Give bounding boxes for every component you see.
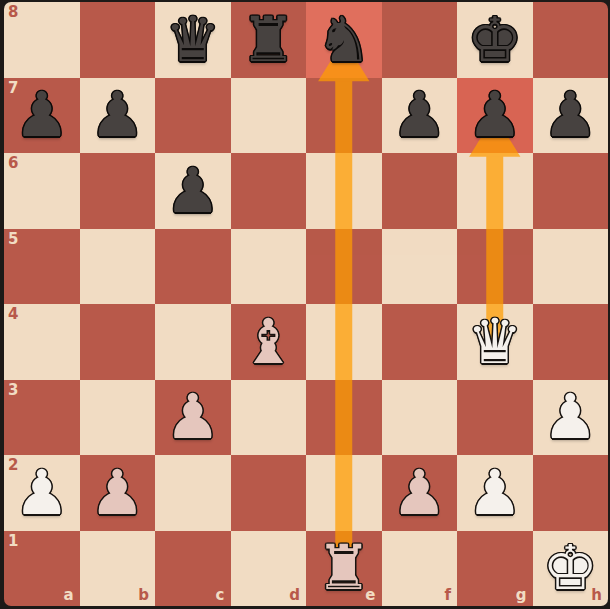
piece-white-pawn[interactable]: ♟ [542,386,598,448]
square-b8[interactable] [80,2,156,78]
square-d2[interactable] [231,455,307,531]
square-b5[interactable] [80,229,156,305]
piece-white-rook[interactable]: ♜ [316,537,372,599]
square-g2[interactable]: ♟ [457,455,533,531]
square-c2[interactable] [155,455,231,531]
piece-black-pawn[interactable]: ♟ [467,84,523,146]
piece-black-pawn[interactable]: ♟ [165,160,221,222]
square-c1[interactable]: c [155,531,231,607]
piece-white-king[interactable]: ♚ [542,537,598,599]
piece-white-pawn[interactable]: ♟ [165,386,221,448]
square-d5[interactable] [231,229,307,305]
square-f2[interactable]: ♟ [382,455,458,531]
square-e3[interactable] [306,380,382,456]
piece-black-pawn[interactable]: ♟ [391,84,447,146]
file-label-f: f [444,588,451,603]
square-d4[interactable]: ♝ [231,304,307,380]
file-label-b: b [138,588,149,603]
piece-black-knight[interactable]: ♞ [316,9,372,71]
square-c4[interactable] [155,304,231,380]
square-a8[interactable]: 8 [4,2,80,78]
square-b6[interactable] [80,153,156,229]
square-f4[interactable] [382,304,458,380]
square-c6[interactable]: ♟ [155,153,231,229]
piece-white-pawn[interactable]: ♟ [14,462,70,524]
square-g3[interactable] [457,380,533,456]
square-a4[interactable]: 4 [4,304,80,380]
piece-black-king[interactable]: ♚ [467,9,523,71]
rank-label-3: 3 [8,383,18,398]
square-e8[interactable]: ♞ [306,2,382,78]
file-label-d: d [289,588,300,603]
square-a7[interactable]: 7♟ [4,78,80,154]
square-b1[interactable]: b [80,531,156,607]
square-c3[interactable]: ♟ [155,380,231,456]
square-b3[interactable] [80,380,156,456]
square-h7[interactable]: ♟ [533,78,609,154]
square-h8[interactable] [533,2,609,78]
piece-black-rook[interactable]: ♜ [240,9,296,71]
square-c8[interactable]: ♛ [155,2,231,78]
square-e2[interactable] [306,455,382,531]
square-e1[interactable]: e♜ [306,531,382,607]
square-h4[interactable] [533,304,609,380]
square-e6[interactable] [306,153,382,229]
file-label-c: c [216,588,225,603]
square-a5[interactable]: 5 [4,229,80,305]
square-e4[interactable] [306,304,382,380]
square-b7[interactable]: ♟ [80,78,156,154]
square-e7[interactable] [306,78,382,154]
rank-label-1: 1 [8,534,18,549]
square-h3[interactable]: ♟ [533,380,609,456]
square-d3[interactable] [231,380,307,456]
square-a1[interactable]: 1a [4,531,80,607]
square-g7[interactable]: ♟ [457,78,533,154]
square-b2[interactable]: ♟ [80,455,156,531]
piece-black-queen[interactable]: ♛ [165,9,221,71]
rank-label-6: 6 [8,156,18,171]
piece-white-queen[interactable]: ♛ [467,311,523,373]
piece-black-pawn[interactable]: ♟ [542,84,598,146]
square-d6[interactable] [231,153,307,229]
square-b4[interactable] [80,304,156,380]
rank-label-5: 5 [8,232,18,247]
rank-label-4: 4 [8,307,18,322]
square-f1[interactable]: f [382,531,458,607]
board-frame: 8♛♜♞♚7♟♟♟♟♟6♟54♝♛3♟♟2♟♟♟♟1abcde♜fgh♚ [0,0,610,609]
square-g1[interactable]: g [457,531,533,607]
square-g6[interactable] [457,153,533,229]
square-a3[interactable]: 3 [4,380,80,456]
square-f7[interactable]: ♟ [382,78,458,154]
piece-black-pawn[interactable]: ♟ [14,84,70,146]
square-g4[interactable]: ♛ [457,304,533,380]
square-d8[interactable]: ♜ [231,2,307,78]
square-f5[interactable] [382,229,458,305]
square-c5[interactable] [155,229,231,305]
piece-white-pawn[interactable]: ♟ [89,462,145,524]
file-label-a: a [63,588,73,603]
piece-white-bishop[interactable]: ♝ [240,311,296,373]
square-d1[interactable]: d [231,531,307,607]
square-a2[interactable]: 2♟ [4,455,80,531]
file-label-g: g [516,588,527,603]
square-d7[interactable] [231,78,307,154]
square-f8[interactable] [382,2,458,78]
square-a6[interactable]: 6 [4,153,80,229]
square-g5[interactable] [457,229,533,305]
square-h2[interactable] [533,455,609,531]
square-f6[interactable] [382,153,458,229]
piece-white-pawn[interactable]: ♟ [391,462,447,524]
piece-black-pawn[interactable]: ♟ [89,84,145,146]
piece-white-pawn[interactable]: ♟ [467,462,523,524]
square-c7[interactable] [155,78,231,154]
square-h6[interactable] [533,153,609,229]
chess-board: 8♛♜♞♚7♟♟♟♟♟6♟54♝♛3♟♟2♟♟♟♟1abcde♜fgh♚ [4,2,608,606]
square-h5[interactable] [533,229,609,305]
square-h1[interactable]: h♚ [533,531,609,607]
square-g8[interactable]: ♚ [457,2,533,78]
square-e5[interactable] [306,229,382,305]
square-f3[interactable] [382,380,458,456]
rank-label-8: 8 [8,5,18,20]
